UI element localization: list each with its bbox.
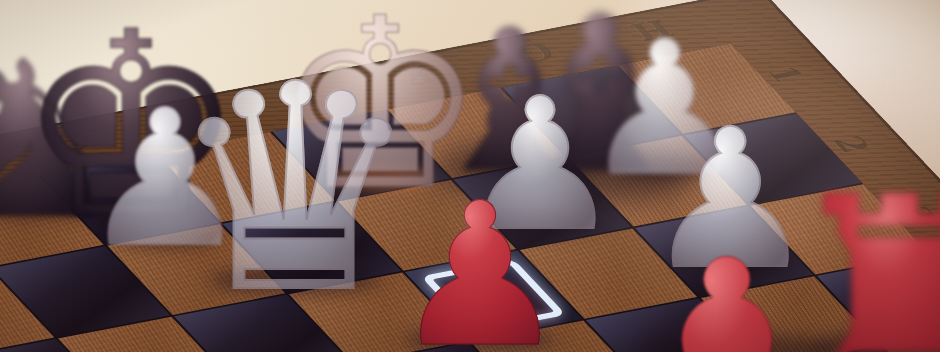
piece-red-pawn-f4[interactable]: ♟ (597, 223, 857, 352)
piece-red-pawn-e3-selected[interactable]: ♟ (391, 177, 569, 352)
rank-label-1: 1 (761, 64, 810, 86)
chess-scene: 12345678ABCDEFGH ♞ ♚ ♝ ♝ ♚ ♟ ♟ ♛ ♟ ♟ ♜ ♟… (0, 0, 940, 352)
piece-clear-queen-d2[interactable]: ♛ (167, 47, 423, 332)
